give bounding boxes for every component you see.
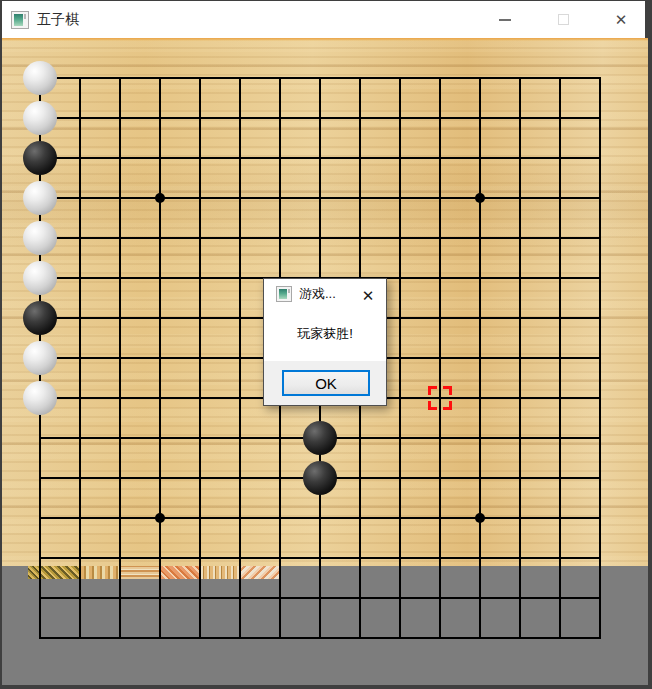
star-point bbox=[475, 193, 485, 203]
cursor-corner-tl bbox=[428, 386, 437, 395]
dialog-close-button[interactable]: ✕ bbox=[356, 283, 380, 307]
cursor-corner-br bbox=[443, 401, 452, 410]
game-window: 五子棋 ✕ 游戏... ✕ bbox=[0, 0, 652, 689]
stone-white bbox=[23, 341, 57, 375]
title-bar: 五子棋 ✕ bbox=[2, 1, 645, 38]
app-icon bbox=[11, 11, 29, 29]
dialog-footer: OK bbox=[264, 361, 386, 405]
stone-black bbox=[303, 421, 337, 455]
stone-white bbox=[23, 381, 57, 415]
close-icon: ✕ bbox=[615, 12, 628, 27]
minimize-icon bbox=[499, 19, 511, 21]
cursor-marker bbox=[428, 386, 452, 410]
close-button[interactable]: ✕ bbox=[603, 1, 639, 38]
dialog-app-icon bbox=[276, 286, 292, 302]
dialog-title: 游戏... bbox=[299, 285, 336, 303]
dialog-icon-tick bbox=[288, 289, 290, 293]
dialog-title-bar: 游戏... ✕ bbox=[264, 279, 386, 309]
dialog-close-icon: ✕ bbox=[362, 288, 375, 303]
stone-black bbox=[23, 301, 57, 335]
stone-black bbox=[23, 141, 57, 175]
star-point bbox=[155, 513, 165, 523]
stone-white bbox=[23, 101, 57, 135]
minimize-button[interactable] bbox=[487, 1, 523, 38]
cursor-corner-tr bbox=[443, 386, 452, 395]
cursor-corner-bl bbox=[428, 401, 437, 410]
app-icon-tick bbox=[24, 14, 26, 19]
window-title: 五子棋 bbox=[37, 11, 79, 29]
stone-white bbox=[23, 61, 57, 95]
stone-white bbox=[23, 181, 57, 215]
client-area: 游戏... ✕ 玩家获胜! OK bbox=[2, 38, 648, 685]
ok-button[interactable]: OK bbox=[282, 370, 370, 396]
app-icon-teal-pane bbox=[14, 14, 23, 26]
stone-white bbox=[23, 261, 57, 295]
dialog-icon-teal-pane bbox=[279, 289, 287, 299]
maximize-button[interactable] bbox=[545, 1, 581, 38]
dialog-message: 玩家获胜! bbox=[264, 325, 386, 343]
render-artifact-block bbox=[28, 566, 39, 579]
maximize-icon bbox=[558, 14, 569, 25]
game-over-dialog: 游戏... ✕ 玩家获胜! OK bbox=[263, 278, 387, 406]
star-point bbox=[155, 193, 165, 203]
stone-white bbox=[23, 221, 57, 255]
star-point bbox=[475, 513, 485, 523]
stone-black bbox=[303, 461, 337, 495]
